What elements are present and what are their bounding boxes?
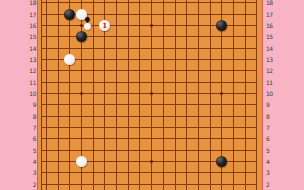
go-app-screen: 1181716151413121110987654321817161514131… bbox=[0, 0, 304, 190]
row-label-right-12: 12 bbox=[266, 67, 280, 74]
row-label-left-18: 18 bbox=[22, 0, 36, 6]
grid-line-horizontal bbox=[41, 184, 257, 185]
row-label-right-10: 10 bbox=[266, 90, 280, 97]
grid-line-horizontal bbox=[41, 172, 257, 173]
cursor-stone bbox=[84, 23, 91, 30]
row-label-left-16: 16 bbox=[22, 22, 36, 29]
row-label-left-2: 2 bbox=[22, 181, 36, 188]
row-label-left-4: 4 bbox=[22, 158, 36, 165]
row-label-left-7: 7 bbox=[22, 124, 36, 131]
grid-line-horizontal bbox=[41, 2, 257, 3]
row-label-right-7: 7 bbox=[266, 124, 280, 131]
row-label-left-8: 8 bbox=[22, 113, 36, 120]
row-label-right-13: 13 bbox=[266, 56, 280, 63]
grid-line-horizontal bbox=[41, 104, 257, 105]
row-label-right-6: 6 bbox=[266, 135, 280, 142]
row-label-right-2: 2 bbox=[266, 181, 280, 188]
star-point-K16 bbox=[150, 24, 153, 27]
row-label-left-14: 14 bbox=[22, 45, 36, 52]
row-label-right-18: 18 bbox=[266, 0, 280, 6]
grid-line-horizontal bbox=[41, 82, 257, 83]
white-stone-D4 bbox=[76, 156, 87, 167]
grid-line-horizontal bbox=[41, 127, 257, 128]
placement-cursor[interactable] bbox=[83, 17, 93, 31]
row-label-right-14: 14 bbox=[266, 45, 280, 52]
grid-line-horizontal bbox=[41, 116, 257, 117]
row-label-right-16: 16 bbox=[266, 22, 280, 29]
row-label-left-17: 17 bbox=[22, 11, 36, 18]
row-label-left-12: 12 bbox=[22, 67, 36, 74]
row-label-right-3: 3 bbox=[266, 169, 280, 176]
row-label-right-5: 5 bbox=[266, 147, 280, 154]
row-label-right-8: 8 bbox=[266, 113, 280, 120]
row-label-right-17: 17 bbox=[266, 11, 280, 18]
row-label-right-9: 9 bbox=[266, 101, 280, 108]
black-stone-C17 bbox=[64, 9, 75, 20]
row-label-left-5: 5 bbox=[22, 147, 36, 154]
row-label-left-11: 11 bbox=[22, 79, 36, 86]
cursor-pin-icon bbox=[83, 16, 90, 23]
grid-line-horizontal bbox=[41, 138, 257, 139]
grid-line-horizontal bbox=[41, 150, 257, 151]
row-label-left-10: 10 bbox=[22, 90, 36, 97]
row-label-left-15: 15 bbox=[22, 33, 36, 40]
row-label-right-15: 15 bbox=[266, 33, 280, 40]
grid-line-horizontal bbox=[41, 48, 257, 49]
row-label-left-3: 3 bbox=[22, 169, 36, 176]
row-label-left-9: 9 bbox=[22, 101, 36, 108]
row-label-right-11: 11 bbox=[266, 79, 280, 86]
star-point-D10 bbox=[80, 92, 83, 95]
grid-line-horizontal bbox=[41, 70, 257, 71]
row-label-left-6: 6 bbox=[22, 135, 36, 142]
grid-line-horizontal bbox=[41, 36, 257, 37]
move-number-label: 1 bbox=[99, 20, 110, 31]
row-label-left-13: 13 bbox=[22, 56, 36, 63]
row-label-right-4: 4 bbox=[266, 158, 280, 165]
